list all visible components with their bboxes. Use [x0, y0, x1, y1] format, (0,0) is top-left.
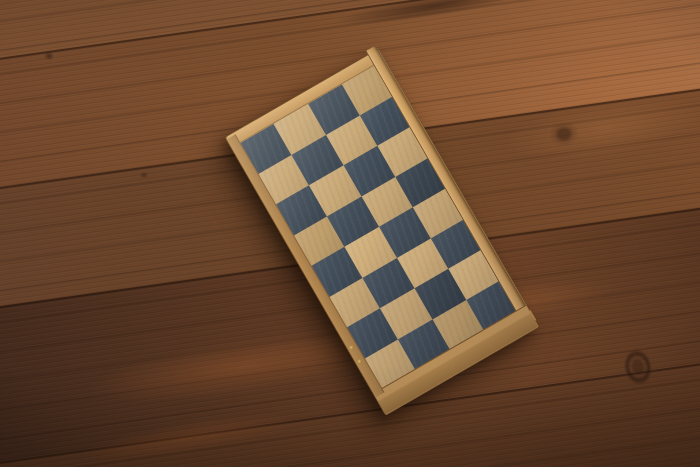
- photo-scene: [0, 0, 700, 467]
